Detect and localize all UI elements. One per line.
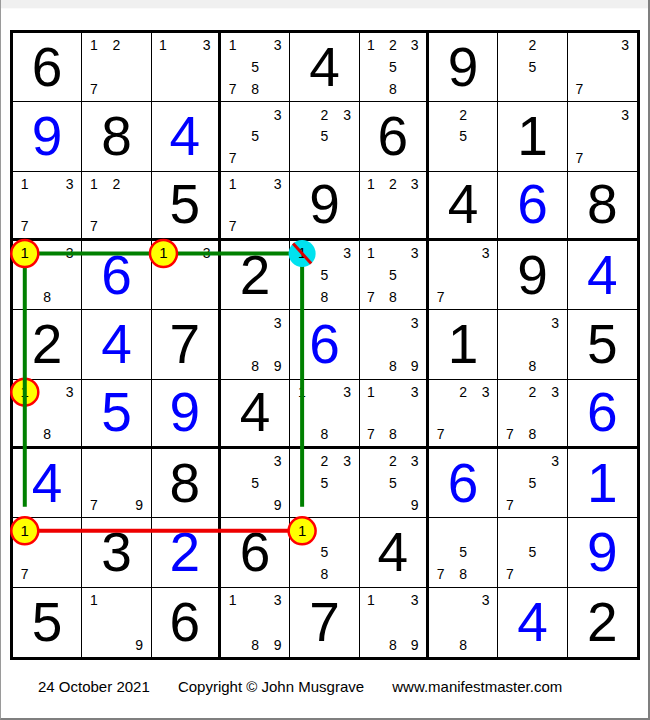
candidate-7: 7 bbox=[437, 427, 445, 441]
candidate-1: 1 bbox=[21, 385, 29, 399]
candidate-8: 8 bbox=[389, 359, 397, 373]
cell-value: 5 bbox=[13, 588, 81, 657]
cell-r8c8[interactable]: 57 bbox=[498, 518, 567, 587]
cell-r1c4[interactable]: 13578 bbox=[221, 33, 290, 102]
candidate-8: 8 bbox=[251, 638, 259, 652]
candidate-3: 3 bbox=[411, 316, 419, 330]
cell-r6c1[interactable]: 138 bbox=[13, 380, 82, 449]
candidate-9: 9 bbox=[135, 638, 143, 652]
candidate-9: 9 bbox=[274, 638, 282, 652]
candidate-9: 9 bbox=[411, 638, 419, 652]
cell-r4c7[interactable]: 37 bbox=[429, 241, 498, 310]
candidate-8: 8 bbox=[389, 82, 397, 96]
cell-r4c5[interactable]: 1358 bbox=[290, 241, 359, 310]
cell-r3c2[interactable]: 127 bbox=[82, 172, 151, 241]
window-top-strip bbox=[0, 0, 650, 9]
candidate-8: 8 bbox=[389, 638, 397, 652]
cell-r2c1[interactable]: 9 bbox=[13, 102, 82, 171]
cell-value: 3 bbox=[82, 518, 150, 586]
cell-r7c6[interactable]: 2359 bbox=[360, 449, 429, 518]
candidate-5: 5 bbox=[529, 60, 537, 74]
cell-r2c3[interactable]: 4 bbox=[152, 102, 221, 171]
cell-r3c5[interactable]: 9 bbox=[290, 172, 359, 241]
candidate-7: 7 bbox=[437, 567, 445, 581]
candidate-2: 2 bbox=[459, 108, 467, 122]
cell-r6c2[interactable]: 5 bbox=[82, 380, 151, 449]
candidate-3: 3 bbox=[274, 454, 282, 468]
cell-r2c6[interactable]: 6 bbox=[360, 102, 429, 171]
cell-value: 4 bbox=[498, 588, 566, 657]
candidate-5: 5 bbox=[389, 60, 397, 74]
candidate-2: 2 bbox=[321, 108, 329, 122]
cell-r1c5[interactable]: 4 bbox=[290, 33, 359, 102]
candidate-7: 7 bbox=[229, 219, 237, 233]
candidate-5: 5 bbox=[529, 476, 537, 490]
candidate-3: 3 bbox=[66, 385, 74, 399]
candidate-1: 1 bbox=[90, 38, 98, 52]
cell-r4c2[interactable]: 6 bbox=[82, 241, 151, 310]
candidate-3: 3 bbox=[274, 177, 282, 191]
cell-value: 1 bbox=[568, 449, 637, 517]
cell-value: 4 bbox=[82, 310, 150, 378]
cell-r5c2[interactable]: 4 bbox=[82, 310, 151, 379]
cell-r1c7[interactable]: 9 bbox=[429, 33, 498, 102]
cell-value: 1 bbox=[429, 310, 497, 378]
cell-r9c6[interactable]: 1389 bbox=[360, 588, 429, 657]
candidate-1: 1 bbox=[229, 38, 237, 52]
cell-r6c8[interactable]: 2378 bbox=[498, 380, 567, 449]
cell-r7c5[interactable]: 235 bbox=[290, 449, 359, 518]
candidate-5: 5 bbox=[459, 545, 467, 559]
candidate-1: 1 bbox=[367, 246, 375, 260]
footer-date: 24 October 2021 bbox=[38, 678, 150, 695]
cell-value: 4 bbox=[360, 518, 426, 586]
candidate-7: 7 bbox=[506, 567, 514, 581]
cell-r9c5[interactable]: 7 bbox=[290, 588, 359, 657]
cell-r8c1[interactable]: 17 bbox=[13, 518, 82, 587]
candidate-7: 7 bbox=[21, 219, 29, 233]
cell-r8c3[interactable]: 2 bbox=[152, 518, 221, 587]
cell-r9c3[interactable]: 6 bbox=[152, 588, 221, 657]
cell-r4c6[interactable]: 13578 bbox=[360, 241, 429, 310]
cell-value: 9 bbox=[152, 380, 218, 446]
candidate-9: 9 bbox=[274, 498, 282, 512]
cell-r3c8[interactable]: 6 bbox=[498, 172, 567, 241]
candidate-3: 3 bbox=[274, 38, 282, 52]
cell-r9c4[interactable]: 1389 bbox=[221, 588, 290, 657]
cell-value: 5 bbox=[152, 172, 218, 238]
candidate-5: 5 bbox=[389, 268, 397, 282]
candidate-2: 2 bbox=[459, 385, 467, 399]
candidate-9: 9 bbox=[135, 498, 143, 512]
candidate-8: 8 bbox=[43, 427, 51, 441]
candidate-1: 1 bbox=[367, 593, 375, 607]
cell-value: 9 bbox=[290, 172, 358, 238]
cell-r3c1[interactable]: 137 bbox=[13, 172, 82, 241]
candidate-5: 5 bbox=[321, 545, 329, 559]
candidate-1: 1 bbox=[229, 593, 237, 607]
cell-r6c3[interactable]: 9 bbox=[152, 380, 221, 449]
cell-r6c9[interactable]: 6 bbox=[568, 380, 637, 449]
cell-r4c1[interactable]: 138 bbox=[13, 241, 82, 310]
cell-r2c8[interactable]: 1 bbox=[498, 102, 567, 171]
candidate-5: 5 bbox=[389, 476, 397, 490]
cell-r8c2[interactable]: 3 bbox=[82, 518, 151, 587]
cell-r1c2[interactable]: 127 bbox=[82, 33, 151, 102]
candidate-2: 2 bbox=[113, 177, 121, 191]
cell-value: 7 bbox=[152, 310, 218, 378]
candidate-8: 8 bbox=[321, 427, 329, 441]
candidate-3: 3 bbox=[66, 246, 74, 260]
candidate-1: 1 bbox=[298, 524, 306, 538]
candidate-2: 2 bbox=[113, 38, 121, 52]
candidate-3: 3 bbox=[482, 593, 490, 607]
candidate-5: 5 bbox=[321, 129, 329, 143]
cell-r2c2[interactable]: 8 bbox=[82, 102, 151, 171]
candidate-3: 3 bbox=[411, 385, 419, 399]
cell-r5c4[interactable]: 389 bbox=[221, 310, 290, 379]
candidate-1: 1 bbox=[367, 385, 375, 399]
candidate-3: 3 bbox=[621, 108, 629, 122]
candidate-8: 8 bbox=[321, 567, 329, 581]
cell-value: 9 bbox=[568, 518, 637, 586]
cell-r5c1[interactable]: 2 bbox=[13, 310, 82, 379]
candidate-7: 7 bbox=[90, 219, 98, 233]
candidate-3: 3 bbox=[411, 177, 419, 191]
candidate-3: 3 bbox=[274, 593, 282, 607]
candidate-7: 7 bbox=[90, 82, 98, 96]
candidate-8: 8 bbox=[389, 290, 397, 304]
cell-value: 4 bbox=[152, 102, 218, 170]
cell-value: 6 bbox=[360, 102, 426, 170]
cell-r7c8[interactable]: 357 bbox=[498, 449, 567, 518]
candidate-1: 1 bbox=[298, 385, 306, 399]
candidate-5: 5 bbox=[251, 476, 259, 490]
footer-website: www.manifestmaster.com bbox=[392, 678, 562, 695]
cell-value: 6 bbox=[429, 449, 497, 517]
candidate-3: 3 bbox=[482, 246, 490, 260]
candidate-1: 1 bbox=[367, 38, 375, 52]
candidate-3: 3 bbox=[621, 38, 629, 52]
cell-value: 8 bbox=[152, 449, 218, 517]
candidate-2: 2 bbox=[389, 38, 397, 52]
cell-value: 2 bbox=[221, 241, 289, 309]
candidate-7: 7 bbox=[367, 290, 375, 304]
cell-r5c9[interactable]: 5 bbox=[568, 310, 637, 379]
candidate-5: 5 bbox=[251, 129, 259, 143]
candidate-3: 3 bbox=[482, 385, 490, 399]
cell-r4c8[interactable]: 9 bbox=[498, 241, 567, 310]
cell-r5c5[interactable]: 6 bbox=[290, 310, 359, 379]
candidate-7: 7 bbox=[90, 498, 98, 512]
candidate-2: 2 bbox=[529, 38, 537, 52]
cell-value: 9 bbox=[429, 33, 497, 101]
cell-value: 6 bbox=[290, 310, 358, 378]
cell-r7c4[interactable]: 359 bbox=[221, 449, 290, 518]
candidate-3: 3 bbox=[274, 108, 282, 122]
candidate-8: 8 bbox=[459, 638, 467, 652]
cell-r7c9[interactable]: 1 bbox=[568, 449, 637, 518]
cell-value: 7 bbox=[290, 588, 358, 657]
candidate-1: 1 bbox=[90, 177, 98, 191]
cell-value: 4 bbox=[429, 172, 497, 238]
cell-value: 8 bbox=[568, 172, 637, 238]
cell-r2c9[interactable]: 37 bbox=[568, 102, 637, 171]
candidate-7: 7 bbox=[576, 151, 584, 165]
candidate-7: 7 bbox=[229, 82, 237, 96]
candidate-1: 1 bbox=[159, 246, 167, 260]
footer: 24 October 2021 Copyright © John Musgrav… bbox=[38, 678, 562, 695]
candidate-8: 8 bbox=[321, 290, 329, 304]
cell-r2c7[interactable]: 25 bbox=[429, 102, 498, 171]
candidate-7: 7 bbox=[21, 567, 29, 581]
cell-value: 5 bbox=[82, 380, 150, 446]
cell-r7c2[interactable]: 79 bbox=[82, 449, 151, 518]
cell-r2c4[interactable]: 357 bbox=[221, 102, 290, 171]
candidate-3: 3 bbox=[66, 177, 74, 191]
cell-r4c4[interactable]: 2 bbox=[221, 241, 290, 310]
candidate-1: 1 bbox=[21, 246, 29, 260]
cell-r5c7[interactable]: 1 bbox=[429, 310, 498, 379]
cell-r8c5[interactable]: 158 bbox=[290, 518, 359, 587]
candidate-8: 8 bbox=[43, 290, 51, 304]
candidate-5: 5 bbox=[251, 60, 259, 74]
cell-r9c7[interactable]: 38 bbox=[429, 588, 498, 657]
cell-value: 4 bbox=[13, 449, 81, 517]
cell-r3c7[interactable]: 4 bbox=[429, 172, 498, 241]
candidate-7: 7 bbox=[229, 151, 237, 165]
cell-value: 6 bbox=[221, 518, 289, 586]
cell-value: 6 bbox=[498, 172, 566, 238]
cell-r1c3[interactable]: 13 bbox=[152, 33, 221, 102]
cell-value: 6 bbox=[13, 33, 81, 101]
cell-r5c3[interactable]: 7 bbox=[152, 310, 221, 379]
candidate-3: 3 bbox=[551, 316, 559, 330]
cell-r7c7[interactable]: 6 bbox=[429, 449, 498, 518]
candidate-7: 7 bbox=[437, 290, 445, 304]
cell-value: 4 bbox=[290, 33, 358, 101]
cell-value: 1 bbox=[498, 102, 566, 170]
candidate-5: 5 bbox=[321, 268, 329, 282]
candidate-8: 8 bbox=[389, 427, 397, 441]
candidate-8: 8 bbox=[529, 427, 537, 441]
cell-r3c9[interactable]: 8 bbox=[568, 172, 637, 241]
candidate-1: 1 bbox=[21, 524, 29, 538]
candidate-2: 2 bbox=[321, 454, 329, 468]
cell-r4c9[interactable]: 4 bbox=[568, 241, 637, 310]
footer-copyright: Copyright © John Musgrave bbox=[178, 678, 364, 695]
cell-r9c1[interactable]: 5 bbox=[13, 588, 82, 657]
candidate-1: 1 bbox=[159, 38, 167, 52]
cell-r8c7[interactable]: 578 bbox=[429, 518, 498, 587]
cell-r6c4[interactable]: 4 bbox=[221, 380, 290, 449]
cell-r8c4[interactable]: 6 bbox=[221, 518, 290, 587]
cell-value: 4 bbox=[568, 241, 637, 309]
cell-r9c2[interactable]: 19 bbox=[82, 588, 151, 657]
candidate-9: 9 bbox=[411, 359, 419, 373]
candidate-7: 7 bbox=[367, 427, 375, 441]
candidate-3: 3 bbox=[411, 454, 419, 468]
cell-r7c3[interactable]: 8 bbox=[152, 449, 221, 518]
cell-r2c5[interactable]: 235 bbox=[290, 102, 359, 171]
candidate-3: 3 bbox=[343, 454, 351, 468]
cell-value: 6 bbox=[82, 241, 150, 309]
candidate-3: 3 bbox=[203, 38, 211, 52]
candidate-2: 2 bbox=[389, 454, 397, 468]
cell-r3c6[interactable]: 123 bbox=[360, 172, 429, 241]
cell-value: 8 bbox=[82, 102, 150, 170]
cell-value: 2 bbox=[152, 518, 218, 586]
cell-r5c8[interactable]: 38 bbox=[498, 310, 567, 379]
cell-r6c6[interactable]: 1378 bbox=[360, 380, 429, 449]
candidate-5: 5 bbox=[459, 129, 467, 143]
candidate-1: 1 bbox=[229, 177, 237, 191]
cell-r1c1[interactable]: 6 bbox=[13, 33, 82, 102]
cell-r6c5[interactable]: 138 bbox=[290, 380, 359, 449]
candidate-8: 8 bbox=[529, 359, 537, 373]
candidate-3: 3 bbox=[274, 316, 282, 330]
candidate-3: 3 bbox=[343, 246, 351, 260]
candidate-1: 1 bbox=[90, 593, 98, 607]
candidate-5: 5 bbox=[321, 476, 329, 490]
cell-r5c6[interactable]: 389 bbox=[360, 310, 429, 379]
sudoku-board: 6127131357841235892537984357235625137137… bbox=[10, 30, 640, 660]
cell-r9c8[interactable]: 4 bbox=[498, 588, 567, 657]
candidate-7: 7 bbox=[506, 498, 514, 512]
cell-r8c6[interactable]: 4 bbox=[360, 518, 429, 587]
candidate-3: 3 bbox=[343, 108, 351, 122]
cell-value: 6 bbox=[568, 380, 637, 446]
cell-r7c1[interactable]: 4 bbox=[13, 449, 82, 518]
candidate-7: 7 bbox=[506, 427, 514, 441]
cell-r1c8[interactable]: 25 bbox=[498, 33, 567, 102]
candidate-3: 3 bbox=[551, 454, 559, 468]
cell-value: 2 bbox=[13, 310, 81, 378]
cell-r8c9[interactable]: 9 bbox=[568, 518, 637, 587]
candidate-8: 8 bbox=[251, 82, 259, 96]
candidate-8: 8 bbox=[459, 567, 467, 581]
candidate-5: 5 bbox=[529, 545, 537, 559]
cell-r9c9[interactable]: 2 bbox=[568, 588, 637, 657]
candidate-1: 1 bbox=[298, 246, 306, 260]
candidate-2: 2 bbox=[389, 177, 397, 191]
candidate-9: 9 bbox=[411, 498, 419, 512]
cell-r4c3[interactable]: 13 bbox=[152, 241, 221, 310]
cell-r1c9[interactable]: 37 bbox=[568, 33, 637, 102]
candidate-2: 2 bbox=[529, 385, 537, 399]
candidate-1: 1 bbox=[367, 177, 375, 191]
candidate-7: 7 bbox=[576, 82, 584, 96]
candidate-9: 9 bbox=[274, 359, 282, 373]
cell-value: 9 bbox=[13, 102, 81, 170]
candidate-3: 3 bbox=[411, 246, 419, 260]
cell-value: 6 bbox=[152, 588, 218, 657]
cell-value: 4 bbox=[221, 380, 289, 446]
cell-value: 9 bbox=[498, 241, 566, 309]
cell-r3c4[interactable]: 137 bbox=[221, 172, 290, 241]
candidate-3: 3 bbox=[343, 385, 351, 399]
cell-r6c7[interactable]: 237 bbox=[429, 380, 498, 449]
candidate-3: 3 bbox=[203, 246, 211, 260]
candidate-3: 3 bbox=[551, 385, 559, 399]
cell-value: 2 bbox=[568, 588, 637, 657]
cell-r3c3[interactable]: 5 bbox=[152, 172, 221, 241]
candidate-8: 8 bbox=[251, 359, 259, 373]
candidate-3: 3 bbox=[411, 593, 419, 607]
candidate-1: 1 bbox=[21, 177, 29, 191]
cell-value: 5 bbox=[568, 310, 637, 378]
candidate-3: 3 bbox=[411, 38, 419, 52]
cell-r1c6[interactable]: 12358 bbox=[360, 33, 429, 102]
